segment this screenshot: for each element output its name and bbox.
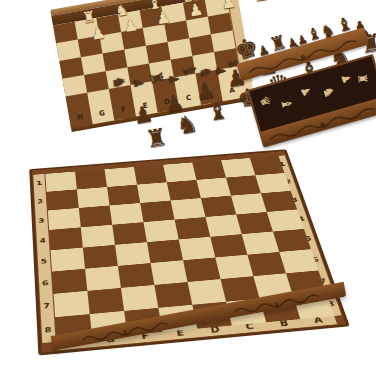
box-front-carved-edge <box>260 98 376 147</box>
lying-piece-black-p: ♟ <box>168 74 181 86</box>
folded-board-view: HGFEDCBA ♜♞♝♛♚♝♞♜♟♟♟♟♟♟♟♟♟♟♟♟♟♟♟♟♜♞♝♛♚♝♞… <box>50 0 255 136</box>
piece-white-r: ♜ <box>81 9 97 26</box>
lying-piece-black-p: ♟ <box>133 78 145 89</box>
product-photo: HGFEDCBA ♜♞♝♛♚♝♞♜♟♟♟♟♟♟♟♟♟♟♟♟♟♟♟♟♜♞♝♛♚♝♞… <box>0 0 376 369</box>
piece-white-p: ♟ <box>187 1 204 19</box>
piece-black-p: ♟ <box>194 78 218 103</box>
lying-piece-black-b: ♝ <box>180 61 200 80</box>
piece-black-n: ♞ <box>174 111 199 138</box>
tray-piece-white-b: ♝ <box>279 97 294 111</box>
pieces-layer <box>8 148 368 369</box>
tray-piece-white-q: ♛ <box>257 94 273 109</box>
piece-white-n: ♞ <box>114 2 130 19</box>
lying-piece-black-n: ♞ <box>111 75 127 90</box>
piece-white-k: ♚ <box>180 0 196 5</box>
piece-white-b: ♝ <box>147 0 163 12</box>
piece-black-p: ♟ <box>131 102 155 127</box>
piece-white-p: ♟ <box>252 0 269 4</box>
piece-white-p: ♟ <box>122 17 139 35</box>
lying-piece-black-p: ♟ <box>215 66 227 77</box>
tray-piece-white-n: ♞ <box>321 85 337 100</box>
tray-piece-white-p: ♟ <box>339 72 353 85</box>
folded-box-view: ♚♟♜♟♟♝♞♝ ♛♝♟♞♟♜ <box>226 0 376 147</box>
piece-white-p: ♟ <box>220 0 237 12</box>
main-chessboard: 12345678 12345678 HGFEDCBA <box>8 148 368 369</box>
tray-piece-white-r: ♜ <box>356 73 369 85</box>
lying-piece-black-n: ♞ <box>199 66 214 80</box>
tray-piece-white-p: ♟ <box>298 84 313 98</box>
fold-lying-pieces: ♜♞♝♛♚♝♞♜♟♟♟♟♟♟♟♟♟♟♟♟♟♟♟♟♜♞♝♛♚♝♞♜♞♟♜♟♝♞♟♜ <box>50 0 255 136</box>
lying-piece-black-r: ♜ <box>147 69 166 87</box>
tray-carving <box>264 100 376 144</box>
piece-black-b: ♝ <box>205 98 230 125</box>
piece-white-p: ♟ <box>155 9 172 27</box>
piece-white-p: ♟ <box>90 25 107 43</box>
piece-black-p: ♟ <box>162 90 186 115</box>
